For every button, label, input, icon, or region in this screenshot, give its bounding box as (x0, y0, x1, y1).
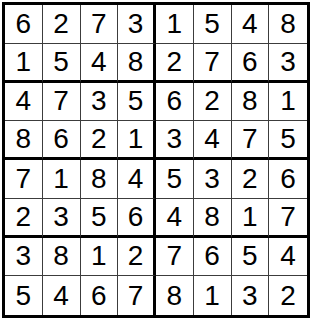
cell-r5c6[interactable]: 3 (194, 160, 232, 199)
cell-r8c5[interactable]: 8 (156, 276, 194, 315)
cell-r5c5[interactable]: 5 (156, 160, 194, 199)
cell-r7c2[interactable]: 8 (43, 238, 81, 277)
cell-r3c6[interactable]: 2 (194, 83, 232, 122)
cell-r7c3[interactable]: 1 (81, 238, 119, 277)
cell-r8c7[interactable]: 3 (232, 276, 270, 315)
cell-r3c7[interactable]: 8 (232, 83, 270, 122)
cell-r3c1[interactable]: 4 (5, 83, 43, 122)
cell-r6c8[interactable]: 7 (269, 199, 307, 238)
cell-r5c4[interactable]: 4 (118, 160, 156, 199)
cell-r4c6[interactable]: 4 (194, 121, 232, 160)
cell-r2c2[interactable]: 5 (43, 44, 81, 83)
cell-r4c1[interactable]: 8 (5, 121, 43, 160)
cell-r1c3[interactable]: 7 (81, 5, 119, 44)
cell-r6c4[interactable]: 6 (118, 199, 156, 238)
cell-r4c2[interactable]: 6 (43, 121, 81, 160)
screen: 6273154815482763473562818621347571845326… (0, 0, 312, 320)
cell-r7c5[interactable]: 7 (156, 238, 194, 277)
cell-r4c3[interactable]: 2 (81, 121, 119, 160)
cell-r5c2[interactable]: 1 (43, 160, 81, 199)
cell-r2c8[interactable]: 3 (269, 44, 307, 83)
cell-r2c6[interactable]: 7 (194, 44, 232, 83)
cell-r3c5[interactable]: 6 (156, 83, 194, 122)
cell-r2c3[interactable]: 4 (81, 44, 119, 83)
cell-r4c5[interactable]: 3 (156, 121, 194, 160)
cell-r3c2[interactable]: 7 (43, 83, 81, 122)
cell-r2c4[interactable]: 8 (118, 44, 156, 83)
cell-r5c3[interactable]: 8 (81, 160, 119, 199)
cell-r6c1[interactable]: 2 (5, 199, 43, 238)
cell-r7c4[interactable]: 2 (118, 238, 156, 277)
cell-r1c7[interactable]: 4 (232, 5, 270, 44)
cell-r1c2[interactable]: 2 (43, 5, 81, 44)
sudoku-board: 6273154815482763473562818621347571845326… (2, 2, 310, 318)
cell-r1c4[interactable]: 3 (118, 5, 156, 44)
cell-r2c7[interactable]: 6 (232, 44, 270, 83)
cell-r7c7[interactable]: 5 (232, 238, 270, 277)
cell-r2c1[interactable]: 1 (5, 44, 43, 83)
cell-r4c7[interactable]: 7 (232, 121, 270, 160)
cell-r8c3[interactable]: 6 (81, 276, 119, 315)
cell-r7c8[interactable]: 4 (269, 238, 307, 277)
cell-r4c8[interactable]: 5 (269, 121, 307, 160)
cell-r6c3[interactable]: 5 (81, 199, 119, 238)
cell-r6c5[interactable]: 4 (156, 199, 194, 238)
cell-r3c4[interactable]: 5 (118, 83, 156, 122)
cell-r7c6[interactable]: 6 (194, 238, 232, 277)
cell-r8c6[interactable]: 1 (194, 276, 232, 315)
cell-r5c1[interactable]: 7 (5, 160, 43, 199)
cell-r8c2[interactable]: 4 (43, 276, 81, 315)
cell-r2c5[interactable]: 2 (156, 44, 194, 83)
cell-r8c8[interactable]: 2 (269, 276, 307, 315)
cell-r8c1[interactable]: 5 (5, 276, 43, 315)
cell-r4c4[interactable]: 1 (118, 121, 156, 160)
cell-r3c8[interactable]: 1 (269, 83, 307, 122)
cell-r7c1[interactable]: 3 (5, 238, 43, 277)
cell-r6c6[interactable]: 8 (194, 199, 232, 238)
cell-r6c7[interactable]: 1 (232, 199, 270, 238)
cell-r8c4[interactable]: 7 (118, 276, 156, 315)
cell-r3c3[interactable]: 3 (81, 83, 119, 122)
cell-r5c8[interactable]: 6 (269, 160, 307, 199)
cell-r6c2[interactable]: 3 (43, 199, 81, 238)
cell-r1c5[interactable]: 1 (156, 5, 194, 44)
cell-r1c1[interactable]: 6 (5, 5, 43, 44)
cell-r5c7[interactable]: 2 (232, 160, 270, 199)
cell-r1c6[interactable]: 5 (194, 5, 232, 44)
cell-r1c8[interactable]: 8 (269, 5, 307, 44)
